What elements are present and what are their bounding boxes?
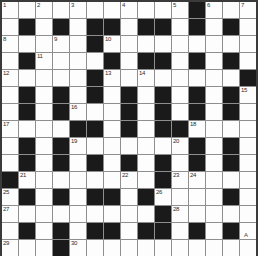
white-cell[interactable]	[2, 138, 18, 154]
white-cell[interactable]	[240, 189, 256, 205]
black-cell	[223, 53, 239, 69]
white-cell[interactable]	[189, 189, 205, 205]
black-cell	[19, 53, 35, 69]
white-cell[interactable]	[121, 189, 137, 205]
black-cell	[53, 104, 69, 120]
white-cell[interactable]	[155, 138, 171, 154]
black-cell	[155, 155, 171, 171]
white-cell[interactable]: 7	[240, 2, 256, 18]
black-cell	[19, 189, 35, 205]
white-cell[interactable]	[104, 87, 120, 103]
black-cell	[19, 155, 35, 171]
white-cell[interactable]: 1	[2, 2, 18, 18]
clue-number: 6	[207, 2, 210, 9]
white-cell[interactable]: 16	[70, 104, 86, 120]
white-cell[interactable]	[223, 172, 239, 188]
white-cell[interactable]	[189, 36, 205, 52]
white-cell[interactable]	[70, 206, 86, 222]
white-cell[interactable]	[2, 53, 18, 69]
white-cell[interactable]	[87, 138, 103, 154]
black-cell	[104, 223, 120, 239]
black-cell	[19, 138, 35, 154]
black-cell	[2, 172, 18, 188]
cell-annotation-a: A	[244, 232, 248, 239]
clue-number: 23	[173, 172, 179, 179]
clue-number: 27	[3, 206, 9, 213]
black-cell	[155, 53, 171, 69]
black-cell	[155, 206, 171, 222]
white-cell[interactable]	[121, 223, 137, 239]
white-cell[interactable]	[138, 172, 154, 188]
black-cell	[19, 87, 35, 103]
black-cell	[87, 189, 103, 205]
white-cell[interactable]	[70, 189, 86, 205]
white-cell[interactable]	[53, 121, 69, 137]
black-cell	[138, 189, 154, 205]
clue-number: 29	[3, 240, 9, 247]
white-cell[interactable]	[206, 138, 222, 154]
black-cell	[189, 53, 205, 69]
white-cell[interactable]	[138, 2, 154, 18]
white-cell[interactable]	[19, 2, 35, 18]
white-cell[interactable]	[87, 240, 103, 256]
white-cell[interactable]	[19, 121, 35, 137]
white-cell[interactable]	[206, 87, 222, 103]
white-cell[interactable]	[223, 121, 239, 137]
black-cell	[223, 223, 239, 239]
black-cell	[87, 70, 103, 86]
clue-number: 19	[71, 138, 77, 145]
white-cell[interactable]	[240, 138, 256, 154]
white-cell[interactable]	[206, 19, 222, 35]
white-cell[interactable]	[36, 87, 52, 103]
black-cell	[155, 104, 171, 120]
clue-number: 28	[173, 206, 179, 213]
white-cell[interactable]	[206, 70, 222, 86]
black-cell	[104, 189, 120, 205]
black-cell	[223, 155, 239, 171]
white-cell[interactable]	[189, 70, 205, 86]
black-cell	[223, 19, 239, 35]
white-cell[interactable]: 30	[70, 240, 86, 256]
black-cell	[53, 240, 69, 256]
white-cell[interactable]	[240, 155, 256, 171]
white-cell[interactable]	[189, 240, 205, 256]
white-cell[interactable]	[155, 36, 171, 52]
white-cell[interactable]	[206, 36, 222, 52]
white-cell[interactable]	[206, 240, 222, 256]
clue-number: 26	[156, 189, 162, 196]
clue-number: 10	[105, 36, 111, 43]
clue-number: 1	[3, 2, 6, 9]
white-cell[interactable]: 10	[104, 36, 120, 52]
white-cell[interactable]	[104, 138, 120, 154]
black-cell	[53, 189, 69, 205]
white-cell[interactable]	[36, 121, 52, 137]
clue-number: 18	[190, 121, 196, 128]
black-cell	[223, 104, 239, 120]
white-cell[interactable]	[19, 70, 35, 86]
clue-number: 5	[173, 2, 176, 9]
black-cell	[87, 87, 103, 103]
black-cell	[53, 19, 69, 35]
crossword-page: 1234567891011121314151617181920212223242…	[0, 0, 255, 256]
crossword-grid: 1234567891011121314151617181920212223242…	[0, 0, 258, 256]
clue-number: 9	[54, 36, 57, 43]
white-cell[interactable]	[53, 2, 69, 18]
clue-number: 22	[122, 172, 128, 179]
white-cell[interactable]	[172, 104, 188, 120]
white-cell[interactable]	[36, 104, 52, 120]
black-cell	[223, 87, 239, 103]
white-cell[interactable]	[36, 36, 52, 52]
white-cell[interactable]	[36, 223, 52, 239]
white-cell[interactable]: 8	[2, 36, 18, 52]
clue-number: 11	[37, 53, 43, 60]
black-cell	[87, 19, 103, 35]
white-cell[interactable]	[70, 53, 86, 69]
white-cell[interactable]	[223, 2, 239, 18]
white-cell[interactable]: 27	[2, 206, 18, 222]
white-cell[interactable]	[155, 2, 171, 18]
black-cell	[240, 70, 256, 86]
black-cell	[189, 19, 205, 35]
black-cell	[223, 189, 239, 205]
clue-number: 2	[37, 2, 40, 9]
white-cell[interactable]	[172, 70, 188, 86]
white-cell[interactable]: 14	[138, 70, 154, 86]
white-cell[interactable]	[2, 155, 18, 171]
white-cell[interactable]	[87, 104, 103, 120]
black-cell	[53, 138, 69, 154]
white-cell[interactable]	[104, 172, 120, 188]
white-cell[interactable]	[240, 172, 256, 188]
white-cell[interactable]	[104, 2, 120, 18]
black-cell	[87, 121, 103, 137]
white-cell[interactable]	[53, 70, 69, 86]
white-cell[interactable]	[172, 240, 188, 256]
black-cell	[138, 223, 154, 239]
white-cell[interactable]: 2	[36, 2, 52, 18]
clue-number: 4	[122, 2, 125, 9]
white-cell[interactable]	[223, 206, 239, 222]
white-cell[interactable]	[70, 87, 86, 103]
clue-number: 30	[71, 240, 77, 247]
white-cell[interactable]: 18	[189, 121, 205, 137]
white-cell[interactable]	[36, 19, 52, 35]
white-cell[interactable]	[138, 36, 154, 52]
black-cell	[19, 223, 35, 239]
white-cell[interactable]	[189, 206, 205, 222]
white-cell[interactable]: 22	[121, 172, 137, 188]
black-cell	[138, 53, 154, 69]
black-cell	[172, 121, 188, 137]
white-cell[interactable]	[87, 2, 103, 18]
white-cell[interactable]	[104, 104, 120, 120]
white-cell[interactable]	[138, 87, 154, 103]
black-cell	[104, 19, 120, 35]
black-cell	[155, 223, 171, 239]
white-cell[interactable]: 26	[155, 189, 171, 205]
white-cell[interactable]: 17	[2, 121, 18, 137]
white-cell[interactable]	[172, 36, 188, 52]
white-cell[interactable]	[2, 104, 18, 120]
white-cell[interactable]	[223, 70, 239, 86]
white-cell[interactable]	[70, 19, 86, 35]
white-cell[interactable]	[36, 240, 52, 256]
white-cell[interactable]	[172, 19, 188, 35]
black-cell	[189, 223, 205, 239]
white-cell[interactable]	[206, 53, 222, 69]
white-cell[interactable]: 12	[2, 70, 18, 86]
white-cell[interactable]	[104, 206, 120, 222]
black-cell	[53, 155, 69, 171]
white-cell[interactable]	[87, 53, 103, 69]
white-cell[interactable]	[87, 172, 103, 188]
white-cell[interactable]	[206, 206, 222, 222]
white-cell[interactable]	[172, 155, 188, 171]
white-cell[interactable]	[138, 104, 154, 120]
white-cell[interactable]: 15	[240, 87, 256, 103]
white-cell[interactable]: 9	[53, 36, 69, 52]
white-cell[interactable]	[2, 87, 18, 103]
white-cell[interactable]	[121, 53, 137, 69]
white-cell[interactable]	[206, 104, 222, 120]
white-cell[interactable]: 4	[121, 2, 137, 18]
white-cell[interactable]	[121, 36, 137, 52]
white-cell[interactable]	[206, 223, 222, 239]
white-cell[interactable]	[36, 138, 52, 154]
white-cell[interactable]: 21	[19, 172, 35, 188]
black-cell	[121, 87, 137, 103]
white-cell[interactable]	[138, 138, 154, 154]
white-cell[interactable]	[155, 70, 171, 86]
white-cell[interactable]	[206, 189, 222, 205]
white-cell[interactable]	[206, 121, 222, 137]
clue-number: 13	[105, 70, 111, 77]
white-cell[interactable]	[240, 53, 256, 69]
white-cell[interactable]	[36, 189, 52, 205]
black-cell	[155, 121, 171, 137]
white-cell[interactable]	[172, 53, 188, 69]
black-cell	[70, 121, 86, 137]
clue-number: 21	[20, 172, 26, 179]
black-cell	[223, 138, 239, 154]
white-cell[interactable]: 25	[2, 189, 18, 205]
white-cell[interactable]	[53, 53, 69, 69]
clue-number: 8	[3, 36, 6, 43]
white-cell[interactable]	[121, 138, 137, 154]
clue-number: 3	[71, 2, 74, 9]
white-cell[interactable]	[87, 206, 103, 222]
clue-number: 20	[173, 138, 179, 145]
white-cell[interactable]: 6	[206, 2, 222, 18]
white-cell[interactable]	[172, 87, 188, 103]
black-cell	[155, 19, 171, 35]
white-cell[interactable]	[155, 240, 171, 256]
white-cell[interactable]	[138, 121, 154, 137]
black-cell	[19, 104, 35, 120]
white-cell[interactable]	[172, 189, 188, 205]
black-cell	[53, 87, 69, 103]
white-cell[interactable]	[223, 36, 239, 52]
white-cell[interactable]	[172, 223, 188, 239]
white-cell[interactable]	[121, 206, 137, 222]
clue-number: 14	[139, 70, 145, 77]
clue-number: 12	[3, 70, 9, 77]
white-cell[interactable]	[206, 172, 222, 188]
clue-number: 25	[3, 189, 9, 196]
white-cell[interactable]	[240, 206, 256, 222]
clue-number: 16	[71, 104, 77, 111]
black-cell	[121, 104, 137, 120]
white-cell[interactable]: 28	[172, 206, 188, 222]
black-cell	[189, 87, 205, 103]
clue-number: 24	[190, 172, 196, 179]
white-cell[interactable]	[121, 19, 137, 35]
black-cell	[189, 2, 205, 18]
white-cell[interactable]	[104, 240, 120, 256]
white-cell[interactable]	[240, 36, 256, 52]
white-cell[interactable]: 11	[36, 53, 52, 69]
black-cell	[138, 19, 154, 35]
black-cell	[87, 223, 103, 239]
white-cell[interactable]	[240, 19, 256, 35]
white-cell[interactable]: A	[240, 223, 256, 239]
white-cell[interactable]: 5	[172, 2, 188, 18]
white-cell[interactable]: 20	[172, 138, 188, 154]
black-cell	[19, 19, 35, 35]
white-cell[interactable]	[70, 172, 86, 188]
black-cell	[104, 53, 120, 69]
black-cell	[53, 223, 69, 239]
white-cell[interactable]	[2, 223, 18, 239]
white-cell[interactable]	[53, 172, 69, 188]
white-cell[interactable]	[240, 121, 256, 137]
white-cell[interactable]: 3	[70, 2, 86, 18]
white-cell[interactable]	[104, 155, 120, 171]
white-cell[interactable]	[138, 206, 154, 222]
white-cell[interactable]	[104, 121, 120, 137]
white-cell[interactable]	[240, 240, 256, 256]
white-cell[interactable]	[36, 172, 52, 188]
black-cell	[87, 155, 103, 171]
clue-number: 7	[241, 2, 244, 9]
clue-number: 15	[241, 87, 247, 94]
white-cell[interactable]: 29	[2, 240, 18, 256]
white-cell[interactable]	[223, 240, 239, 256]
black-cell	[189, 138, 205, 154]
white-cell[interactable]	[121, 240, 137, 256]
white-cell[interactable]	[2, 19, 18, 35]
white-cell[interactable]	[121, 70, 137, 86]
white-cell[interactable]	[70, 223, 86, 239]
white-cell[interactable]: 23	[172, 172, 188, 188]
black-cell	[189, 104, 205, 120]
white-cell[interactable]	[19, 206, 35, 222]
white-cell[interactable]	[138, 155, 154, 171]
white-cell[interactable]: 24	[189, 172, 205, 188]
white-cell[interactable]	[206, 155, 222, 171]
black-cell	[155, 172, 171, 188]
black-cell	[155, 87, 171, 103]
white-cell[interactable]	[240, 104, 256, 120]
white-cell[interactable]	[19, 36, 35, 52]
white-cell[interactable]	[70, 36, 86, 52]
white-cell[interactable]	[53, 206, 69, 222]
white-cell[interactable]	[70, 155, 86, 171]
white-cell[interactable]	[36, 155, 52, 171]
white-cell[interactable]	[36, 206, 52, 222]
white-cell[interactable]: 13	[104, 70, 120, 86]
black-cell	[189, 155, 205, 171]
black-cell	[121, 121, 137, 137]
white-cell[interactable]: 19	[70, 138, 86, 154]
white-cell[interactable]	[19, 240, 35, 256]
white-cell[interactable]	[70, 70, 86, 86]
clue-number: 17	[3, 121, 9, 128]
white-cell[interactable]	[138, 240, 154, 256]
white-cell[interactable]	[36, 70, 52, 86]
black-cell	[87, 36, 103, 52]
black-cell	[121, 155, 137, 171]
